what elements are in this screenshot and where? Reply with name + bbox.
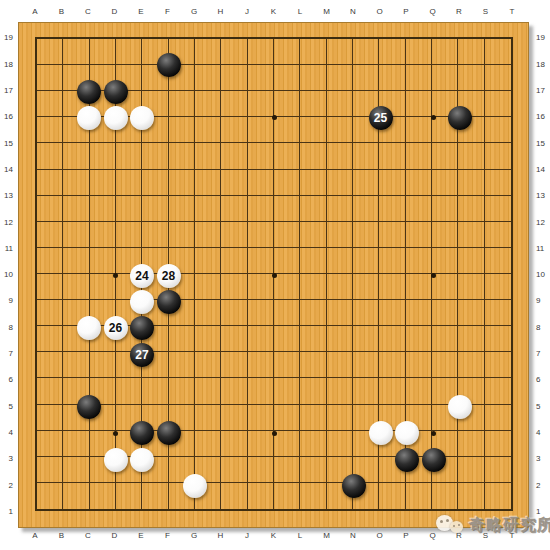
col-label-bottom-a: A [22,529,49,542]
col-label-top-g: G [181,5,208,18]
col-label-top-d: D [101,5,128,18]
col-label-top-o: O [366,5,393,18]
col-label-bottom-e: E [128,529,155,542]
black-stone-p3 [395,448,419,472]
col-label-bottom-f: F [154,529,181,542]
wechat-eye [440,520,443,523]
wechat-eye [446,519,449,522]
point-o16: 25 [367,105,394,131]
black-stone-q3 [422,448,446,472]
white-stone-e16 [130,106,154,130]
row-labels-right: 19181716151413121110987654321 [535,25,549,525]
row-label-left-5: 5 [1,393,15,419]
row-label-right-18: 18 [535,51,549,77]
col-label-top-p: P [393,5,420,18]
row-label-left-17: 17 [1,77,15,103]
row-label-left-2: 2 [1,472,15,498]
col-label-bottom-h: H [207,529,234,542]
black-stone-e7-move-27: 27 [130,343,154,367]
col-label-bottom-o: O [366,529,393,542]
col-label-top-f: F [154,5,181,18]
col-label-top-j: J [234,5,261,18]
col-label-top-k: K [260,5,287,18]
point-c17 [76,78,103,104]
row-label-left-11: 11 [1,235,15,261]
row-label-left-4: 4 [1,419,15,445]
col-label-top-q: Q [419,5,446,18]
row-label-left-16: 16 [1,104,15,130]
point-c8 [76,315,103,341]
white-stone-e3 [130,448,154,472]
col-label-top-t: T [499,5,526,18]
wechat-eye [453,525,455,527]
point-e16 [129,105,156,131]
row-label-left-7: 7 [1,340,15,366]
watermark-text: 奇略研究所 [469,515,550,536]
point-r5 [447,394,474,420]
col-label-top-m: M [313,5,340,18]
white-stone-d3 [104,448,128,472]
row-label-left-15: 15 [1,130,15,156]
col-label-bottom-n: N [340,529,367,542]
row-label-right-10: 10 [535,262,549,288]
row-label-left-8: 8 [1,314,15,340]
black-stone-f9 [157,290,181,314]
black-stone-r16 [448,106,472,130]
point-f18 [155,52,182,78]
row-label-right-19: 19 [535,25,549,51]
col-label-top-e: E [128,5,155,18]
row-label-right-7: 7 [535,340,549,366]
row-label-left-6: 6 [1,367,15,393]
col-label-bottom-k: K [260,529,287,542]
col-label-bottom-m: M [313,529,340,542]
point-e10: 24 [129,263,156,289]
white-stone-d16 [104,106,128,130]
point-e3 [129,447,156,473]
point-r16 [447,105,474,131]
col-label-bottom-d: D [101,529,128,542]
white-stone-c8 [77,316,101,340]
point-e9 [129,289,156,315]
point-e7: 27 [129,341,156,367]
point-q3 [420,447,447,473]
col-label-top-l: L [287,5,314,18]
row-label-right-8: 8 [535,314,549,340]
point-f9 [155,289,182,315]
row-label-right-4: 4 [535,419,549,445]
column-labels-top: ABCDEFGHJKLMNOPQRST [22,5,526,18]
white-stone-g2 [183,474,207,498]
col-label-bottom-b: B [48,529,75,542]
white-stone-e9 [130,290,154,314]
point-c16 [76,105,103,131]
stones-grid: 2524282627 [23,26,527,526]
row-label-right-3: 3 [535,446,549,472]
col-label-bottom-g: G [181,529,208,542]
col-label-top-r: R [446,5,473,18]
row-label-right-12: 12 [535,209,549,235]
row-label-right-11: 11 [535,235,549,261]
point-d16 [102,105,129,131]
white-stone-r5 [448,395,472,419]
col-label-top-h: H [207,5,234,18]
white-stone-d8-move-26: 26 [104,316,128,340]
black-stone-e8 [130,316,154,340]
point-n2 [341,473,368,499]
black-stone-f4 [157,421,181,445]
row-labels-left: 19181716151413121110987654321 [1,25,15,525]
black-stone-e4 [130,421,154,445]
row-label-left-9: 9 [1,288,15,314]
row-label-right-13: 13 [535,183,549,209]
row-label-left-19: 19 [1,25,15,51]
point-d17 [102,78,129,104]
row-label-right-6: 6 [535,367,549,393]
go-diagram: ABCDEFGHJKLMNOPQRST ABCDEFGHJKLMNOPQRST … [0,0,550,550]
point-f4 [155,420,182,446]
row-label-right-15: 15 [535,130,549,156]
col-label-top-a: A [22,5,49,18]
white-stone-f10-move-28: 28 [157,264,181,288]
row-label-left-13: 13 [1,183,15,209]
wechat-eye [458,524,460,526]
black-stone-c17 [77,80,101,104]
point-o4 [367,420,394,446]
wechat-icon [435,512,466,538]
row-label-left-10: 10 [1,262,15,288]
white-stone-c16 [77,106,101,130]
col-label-bottom-p: P [393,529,420,542]
point-e4 [129,420,156,446]
col-label-top-b: B [48,5,75,18]
row-label-left-3: 3 [1,446,15,472]
point-d3 [102,447,129,473]
white-stone-p4 [395,421,419,445]
wechat-bubble-small [450,521,463,533]
row-label-left-1: 1 [1,498,15,524]
row-label-left-14: 14 [1,156,15,182]
black-stone-d17 [104,80,128,104]
point-c5 [76,394,103,420]
white-stone-e10-move-24: 24 [130,264,154,288]
row-label-right-9: 9 [535,288,549,314]
col-label-top-s: S [472,5,499,18]
row-label-right-16: 16 [535,104,549,130]
black-stone-o16-move-25: 25 [369,106,393,130]
row-label-right-14: 14 [535,156,549,182]
point-g2 [182,473,209,499]
point-f10: 28 [155,263,182,289]
row-label-right-5: 5 [535,393,549,419]
row-label-right-17: 17 [535,77,549,103]
col-label-bottom-c: C [75,529,102,542]
black-stone-n2 [342,474,366,498]
col-label-bottom-l: L [287,529,314,542]
row-label-right-2: 2 [535,472,549,498]
go-board: 2524282627 [18,22,529,528]
point-p3 [394,447,421,473]
col-label-top-c: C [75,5,102,18]
row-label-left-12: 12 [1,209,15,235]
watermark: 奇略研究所 [435,511,550,539]
row-label-left-18: 18 [1,51,15,77]
white-stone-o4 [369,421,393,445]
point-p4 [394,420,421,446]
black-stone-c5 [77,395,101,419]
col-label-bottom-j: J [234,529,261,542]
col-label-top-n: N [340,5,367,18]
point-e8 [129,315,156,341]
black-stone-f18 [157,53,181,77]
point-d8: 26 [102,315,129,341]
